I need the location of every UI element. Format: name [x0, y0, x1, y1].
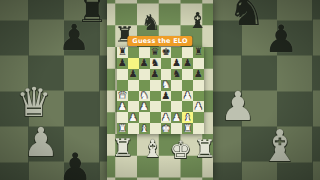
- video-center-strip: ♜♞♝♜♝♚♜ Guess the ELO ♜♛♚♜♟♟♞♟♟♟♟♞♟♞♛♞♟♟…: [107, 0, 213, 180]
- black-knight[interactable]: ♞: [172, 69, 181, 79]
- square-c5[interactable]: [139, 80, 150, 91]
- strip-white-king-icon: ♚: [170, 138, 192, 162]
- square-a8[interactable]: ♜: [117, 47, 128, 58]
- square-h5[interactable]: [193, 80, 204, 91]
- square-d4[interactable]: [150, 91, 161, 102]
- square-c4[interactable]: ♞: [139, 91, 150, 102]
- strip-black-knight-icon: ♞: [141, 12, 161, 34]
- square-f7[interactable]: ♟: [171, 58, 182, 69]
- white-pawn[interactable]: ♟: [183, 91, 192, 101]
- square-h2[interactable]: [193, 112, 204, 123]
- chess-board[interactable]: ♜♛♚♜♟♟♞♟♟♟♟♞♟♞♛♞♟♟♟♟♟♟♟♟♝♜♝♚♜: [117, 47, 204, 134]
- white-pawn[interactable]: ♟: [129, 112, 138, 122]
- white-rook[interactable]: ♜: [183, 123, 192, 133]
- black-pawn[interactable]: ♟: [118, 58, 127, 68]
- white-pawn[interactable]: ♟: [140, 101, 149, 111]
- black-queen[interactable]: ♛: [151, 47, 160, 57]
- square-g7[interactable]: ♟: [182, 58, 193, 69]
- square-b2[interactable]: ♟: [128, 112, 139, 123]
- strip-white-bishop-icon: ♝: [142, 137, 164, 161]
- square-a3[interactable]: ♟: [117, 101, 128, 112]
- strip-black-bishop-icon: ♝: [188, 10, 208, 32]
- background-white-bishop-icon: ♝: [260, 124, 299, 168]
- black-pawn[interactable]: ♟: [172, 58, 181, 68]
- guess-the-elo-banner: Guess the ELO: [127, 36, 192, 46]
- square-a6[interactable]: [117, 69, 128, 80]
- square-h3[interactable]: ♟: [193, 101, 204, 112]
- square-h4[interactable]: [193, 91, 204, 102]
- white-pawn[interactable]: ♟: [118, 101, 127, 111]
- square-h6[interactable]: ♟: [193, 69, 204, 80]
- background-black-pawn2-icon: ♟: [58, 148, 92, 180]
- square-e6[interactable]: [161, 69, 172, 80]
- square-d5[interactable]: [150, 80, 161, 91]
- black-rook[interactable]: ♜: [118, 47, 127, 57]
- square-b7[interactable]: [128, 58, 139, 69]
- square-d2[interactable]: [150, 112, 161, 123]
- banner-label: Guess the ELO: [132, 37, 187, 45]
- square-f8[interactable]: [171, 47, 182, 58]
- black-pawn[interactable]: ♟: [161, 91, 170, 101]
- square-b6[interactable]: ♟: [128, 69, 139, 80]
- square-g3[interactable]: [182, 101, 193, 112]
- background-black-rook-icon: ♜: [76, 0, 108, 28]
- white-pawn[interactable]: ♟: [194, 101, 203, 111]
- square-e4[interactable]: ♟: [161, 91, 172, 102]
- black-pawn[interactable]: ♟: [151, 69, 160, 79]
- square-g6[interactable]: [182, 69, 193, 80]
- square-e7[interactable]: [161, 58, 172, 69]
- square-a4[interactable]: ♛: [117, 91, 128, 102]
- square-g4[interactable]: ♟: [182, 91, 193, 102]
- square-c8[interactable]: [139, 47, 150, 58]
- black-pawn[interactable]: ♟: [140, 58, 149, 68]
- white-pawn[interactable]: ♟: [172, 112, 181, 122]
- background-white-pawn-icon: ♟: [23, 122, 59, 162]
- black-pawn[interactable]: ♟: [194, 69, 203, 79]
- square-f3[interactable]: [171, 101, 182, 112]
- black-rook[interactable]: ♜: [194, 47, 203, 57]
- square-e1[interactable]: ♚: [161, 123, 172, 134]
- background-black-pawn3-icon: ♟: [264, 20, 298, 58]
- square-h7[interactable]: [193, 58, 204, 69]
- square-b3[interactable]: [128, 101, 139, 112]
- background-black-pawn-icon: ♟: [58, 20, 90, 56]
- square-d1[interactable]: [150, 123, 161, 134]
- background-white-queen-icon: ♛: [16, 82, 52, 122]
- video-frame: ♜♟♛♟♟♞♟♟♝ ♜♞♝♜♝♚♜ Guess the ELO ♜♛♚♜♟♟♞♟…: [0, 0, 320, 180]
- square-c3[interactable]: ♟: [139, 101, 150, 112]
- square-e2[interactable]: ♟: [161, 112, 172, 123]
- square-g5[interactable]: [182, 80, 193, 91]
- square-g8[interactable]: [182, 47, 193, 58]
- square-a5[interactable]: [117, 80, 128, 91]
- black-knight[interactable]: ♞: [151, 58, 160, 68]
- square-f2[interactable]: ♟: [171, 112, 182, 123]
- white-king[interactable]: ♚: [161, 123, 170, 133]
- white-pawn[interactable]: ♟: [161, 112, 170, 122]
- square-d7[interactable]: ♞: [150, 58, 161, 69]
- square-h8[interactable]: ♜: [193, 47, 204, 58]
- white-rook[interactable]: ♜: [118, 123, 127, 133]
- square-b8[interactable]: [128, 47, 139, 58]
- square-h1[interactable]: [193, 123, 204, 134]
- square-a7[interactable]: ♟: [117, 58, 128, 69]
- background-white-pawn2-icon: ♟: [220, 86, 256, 126]
- square-a2[interactable]: [117, 112, 128, 123]
- square-b5[interactable]: [128, 80, 139, 91]
- square-c1[interactable]: ♝: [139, 123, 150, 134]
- square-f6[interactable]: ♞: [171, 69, 182, 80]
- square-e8[interactable]: ♚: [161, 47, 172, 58]
- white-queen[interactable]: ♛: [118, 91, 127, 101]
- square-d6[interactable]: ♟: [150, 69, 161, 80]
- black-pawn[interactable]: ♟: [129, 69, 138, 79]
- white-knight[interactable]: ♞: [161, 80, 170, 90]
- square-b4[interactable]: [128, 91, 139, 102]
- square-f4[interactable]: [171, 91, 182, 102]
- white-knight[interactable]: ♞: [140, 91, 149, 101]
- square-f1[interactable]: [171, 123, 182, 134]
- white-bishop[interactable]: ♝: [183, 112, 192, 122]
- square-d3[interactable]: [150, 101, 161, 112]
- strip-white-rook2-icon: ♜: [194, 137, 213, 161]
- square-c7[interactable]: ♟: [139, 58, 150, 69]
- square-g1[interactable]: ♜: [182, 123, 193, 134]
- square-g2[interactable]: ♝: [182, 112, 193, 123]
- strip-white-rook-icon: ♜: [112, 136, 134, 160]
- square-c6[interactable]: [139, 69, 150, 80]
- square-b1[interactable]: [128, 123, 139, 134]
- square-a1[interactable]: ♜: [117, 123, 128, 134]
- white-bishop[interactable]: ♝: [140, 123, 149, 133]
- square-c2[interactable]: [139, 112, 150, 123]
- square-e3[interactable]: [161, 101, 172, 112]
- square-f5[interactable]: [171, 80, 182, 91]
- square-e5[interactable]: ♞: [161, 80, 172, 91]
- black-pawn[interactable]: ♟: [183, 58, 192, 68]
- square-d8[interactable]: ♛: [150, 47, 161, 58]
- black-king[interactable]: ♚: [161, 47, 170, 57]
- background-black-knight-icon: ♞: [228, 0, 266, 32]
